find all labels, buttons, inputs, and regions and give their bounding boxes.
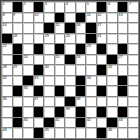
- white-cell[interactable]: [128, 44, 138, 54]
- clue-number: 9: [13, 13, 15, 17]
- black-cell: [13, 118, 23, 128]
- black-cell: [13, 55, 23, 65]
- white-cell[interactable]: 16: [76, 23, 86, 33]
- clue-number: 37: [34, 97, 38, 101]
- black-cell: [86, 34, 96, 44]
- clue-number: 8: [3, 13, 5, 17]
- clue-number: 35: [24, 86, 28, 90]
- white-cell[interactable]: 45: [44, 128, 54, 138]
- black-cell: [34, 107, 44, 117]
- clue-number: 41: [55, 118, 59, 122]
- white-cell[interactable]: [128, 55, 138, 65]
- white-cell[interactable]: [107, 23, 117, 33]
- white-cell[interactable]: [107, 13, 117, 23]
- white-cell[interactable]: 15: [55, 23, 65, 33]
- clue-number: 2: [24, 2, 26, 6]
- white-cell[interactable]: [65, 65, 75, 75]
- white-cell[interactable]: [55, 65, 65, 75]
- clue-number: 43: [118, 118, 122, 122]
- white-cell[interactable]: [23, 13, 33, 23]
- white-cell[interactable]: [128, 13, 138, 23]
- black-cell: [34, 86, 44, 96]
- clue-number: 42: [87, 118, 91, 122]
- black-cell: [13, 86, 23, 96]
- clue-number: 39: [66, 107, 70, 111]
- white-cell[interactable]: [128, 86, 138, 96]
- white-cell[interactable]: 33: [34, 76, 44, 86]
- white-cell[interactable]: 40: [23, 118, 33, 128]
- white-cell[interactable]: [44, 97, 54, 107]
- white-cell[interactable]: [2, 86, 12, 96]
- white-cell[interactable]: [65, 13, 75, 23]
- white-cell[interactable]: [23, 107, 33, 117]
- clue-number: 15: [55, 23, 59, 27]
- white-cell[interactable]: [86, 55, 96, 65]
- white-cell[interactable]: [23, 44, 33, 54]
- black-cell: [55, 44, 65, 54]
- white-cell[interactable]: [44, 44, 54, 54]
- white-cell[interactable]: [65, 86, 75, 96]
- white-cell[interactable]: [128, 76, 138, 86]
- white-cell[interactable]: 20: [65, 34, 75, 44]
- clue-number: 27: [118, 55, 122, 59]
- clue-number: 22: [3, 44, 7, 48]
- black-cell: [76, 13, 86, 23]
- white-cell[interactable]: [76, 128, 86, 138]
- white-cell[interactable]: [13, 76, 23, 86]
- white-cell[interactable]: 34: [86, 76, 96, 86]
- white-cell[interactable]: [97, 76, 107, 86]
- clue-number: 6: [108, 2, 110, 6]
- white-cell[interactable]: [107, 44, 117, 54]
- white-cell[interactable]: 29: [13, 65, 23, 75]
- black-cell: [23, 76, 33, 86]
- white-cell[interactable]: [86, 128, 96, 138]
- white-cell[interactable]: [107, 76, 117, 86]
- white-cell[interactable]: [86, 86, 96, 96]
- white-cell[interactable]: 44: [2, 128, 12, 138]
- clue-number: 25: [55, 55, 59, 59]
- white-cell[interactable]: [118, 34, 128, 44]
- white-cell[interactable]: [44, 55, 54, 65]
- black-cell: [65, 97, 75, 107]
- white-cell[interactable]: 32: [2, 76, 12, 86]
- white-cell[interactable]: [128, 97, 138, 107]
- clue-number: 33: [34, 76, 38, 80]
- black-cell: [34, 44, 44, 54]
- white-cell[interactable]: [76, 2, 86, 12]
- white-cell[interactable]: [76, 34, 86, 44]
- clue-number: 34: [87, 76, 91, 80]
- clue-number: 7: [129, 2, 131, 6]
- white-cell[interactable]: 17: [97, 23, 107, 33]
- black-cell: [86, 23, 96, 33]
- white-cell[interactable]: 25: [55, 55, 65, 65]
- clue-number: 36: [3, 97, 7, 101]
- white-cell[interactable]: [55, 34, 65, 44]
- clue-number: 38: [76, 97, 80, 101]
- black-cell: [2, 34, 12, 44]
- white-cell[interactable]: 13: [118, 13, 128, 23]
- white-cell[interactable]: 1: [2, 2, 12, 12]
- white-cell[interactable]: 28: [2, 65, 12, 75]
- white-cell[interactable]: [107, 34, 117, 44]
- black-cell: [55, 86, 65, 96]
- white-cell[interactable]: [118, 97, 128, 107]
- clue-number: 20: [66, 34, 70, 38]
- white-cell[interactable]: [13, 128, 23, 138]
- clue-number: 19: [45, 34, 49, 38]
- clue-number: 26: [76, 55, 80, 59]
- white-cell[interactable]: [107, 86, 117, 96]
- white-cell[interactable]: [86, 107, 96, 117]
- white-cell[interactable]: [65, 76, 75, 86]
- white-cell[interactable]: [107, 107, 117, 117]
- white-cell[interactable]: [34, 23, 44, 33]
- black-cell: [65, 23, 75, 33]
- clue-number: 28: [3, 65, 7, 69]
- crossword-puzzle: 1234567891011121314151617181920212223242…: [0, 0, 140, 140]
- white-cell[interactable]: [44, 107, 54, 117]
- black-cell: [13, 107, 23, 117]
- black-cell: [97, 2, 107, 12]
- black-cell: [107, 118, 117, 128]
- black-cell: [76, 118, 86, 128]
- white-cell[interactable]: [128, 23, 138, 33]
- black-cell: [118, 86, 128, 96]
- black-cell: [34, 65, 44, 75]
- white-cell[interactable]: [118, 128, 128, 138]
- white-cell[interactable]: 41: [55, 118, 65, 128]
- white-cell[interactable]: 18: [13, 34, 23, 44]
- black-cell: [97, 107, 107, 117]
- white-cell[interactable]: 4: [65, 2, 75, 12]
- white-cell[interactable]: 39: [65, 107, 75, 117]
- white-cell[interactable]: 7: [128, 2, 138, 12]
- clue-number: 4: [66, 2, 68, 6]
- black-cell: [76, 44, 86, 54]
- clue-number: 24: [24, 55, 28, 59]
- clue-number: 29: [13, 65, 17, 69]
- white-cell[interactable]: [44, 86, 54, 96]
- black-cell: [44, 23, 54, 33]
- white-cell[interactable]: 14: [2, 23, 12, 33]
- clue-number: 12: [97, 13, 101, 17]
- white-cell[interactable]: [2, 118, 12, 128]
- clue-number: 11: [87, 13, 91, 17]
- black-cell: [97, 86, 107, 96]
- clue-number: 31: [108, 65, 112, 69]
- white-cell[interactable]: [55, 128, 65, 138]
- clue-number: 16: [76, 23, 80, 27]
- black-cell: [65, 55, 75, 65]
- white-cell[interactable]: 22: [2, 44, 12, 54]
- white-cell[interactable]: [23, 23, 33, 33]
- black-cell: [76, 86, 86, 96]
- clue-number: 14: [3, 23, 7, 27]
- white-cell[interactable]: [23, 128, 33, 138]
- black-cell: [55, 107, 65, 117]
- black-cell: [118, 44, 128, 54]
- white-cell[interactable]: 42: [86, 118, 96, 128]
- white-cell[interactable]: [55, 2, 65, 12]
- crossword-board: 1234567891011121314151617181920212223242…: [0, 0, 140, 140]
- white-cell[interactable]: 31: [107, 65, 117, 75]
- white-cell[interactable]: [65, 118, 75, 128]
- white-cell[interactable]: 5: [86, 2, 96, 12]
- white-cell[interactable]: 3: [44, 2, 54, 12]
- white-cell[interactable]: 36: [2, 97, 12, 107]
- white-cell[interactable]: [44, 76, 54, 86]
- white-cell[interactable]: [97, 118, 107, 128]
- white-cell[interactable]: [65, 128, 75, 138]
- white-cell[interactable]: [23, 97, 33, 107]
- white-cell[interactable]: [34, 118, 44, 128]
- clue-number: 18: [13, 34, 17, 38]
- white-cell[interactable]: [34, 34, 44, 44]
- black-cell: [13, 44, 23, 54]
- clue-number: 3: [45, 2, 47, 6]
- white-cell[interactable]: 35: [23, 86, 33, 96]
- white-cell[interactable]: 6: [107, 2, 117, 12]
- white-cell[interactable]: [128, 107, 138, 117]
- white-cell[interactable]: 19: [44, 34, 54, 44]
- white-cell[interactable]: 24: [23, 55, 33, 65]
- white-cell[interactable]: [97, 97, 107, 107]
- black-cell: [55, 13, 65, 23]
- clue-number: 40: [24, 118, 28, 122]
- black-cell: [97, 65, 107, 75]
- white-cell[interactable]: [55, 76, 65, 86]
- black-cell: [13, 2, 23, 12]
- black-cell: [118, 2, 128, 12]
- clue-number: 13: [118, 13, 122, 17]
- white-cell[interactable]: 23: [86, 44, 96, 54]
- clue-number: 30: [45, 65, 49, 69]
- white-cell[interactable]: [2, 107, 12, 117]
- clue-number: 21: [97, 34, 101, 38]
- black-cell: [34, 128, 44, 138]
- white-cell[interactable]: 43: [118, 118, 128, 128]
- black-cell: [34, 2, 44, 12]
- white-cell[interactable]: [23, 65, 33, 75]
- black-cell: [97, 44, 107, 54]
- clue-number: 17: [97, 23, 101, 27]
- white-cell[interactable]: [118, 23, 128, 33]
- white-cell[interactable]: 11: [86, 13, 96, 23]
- white-cell[interactable]: [76, 65, 86, 75]
- white-cell[interactable]: 10: [34, 13, 44, 23]
- black-cell: [118, 76, 128, 86]
- black-cell: [76, 107, 86, 117]
- white-cell[interactable]: [55, 97, 65, 107]
- white-cell[interactable]: [65, 44, 75, 54]
- white-cell[interactable]: [34, 55, 44, 65]
- white-cell[interactable]: 26: [76, 55, 86, 65]
- white-cell[interactable]: 46: [107, 128, 117, 138]
- clue-number: 46: [108, 128, 112, 132]
- black-cell: [97, 128, 107, 138]
- white-cell[interactable]: 2: [23, 2, 33, 12]
- white-cell[interactable]: [2, 55, 12, 65]
- white-cell[interactable]: 21: [97, 34, 107, 44]
- white-cell[interactable]: 9: [13, 13, 23, 23]
- white-cell[interactable]: [13, 97, 23, 107]
- white-cell[interactable]: 38: [76, 97, 86, 107]
- white-cell[interactable]: 37: [34, 97, 44, 107]
- white-cell[interactable]: [128, 65, 138, 75]
- black-cell: [76, 76, 86, 86]
- white-cell[interactable]: [128, 34, 138, 44]
- white-cell[interactable]: [86, 65, 96, 75]
- white-cell[interactable]: 12: [97, 13, 107, 23]
- clue-number: 44: [3, 128, 7, 132]
- white-cell[interactable]: [97, 55, 107, 65]
- clue-number: 10: [34, 13, 38, 17]
- white-cell[interactable]: 30: [44, 65, 54, 75]
- white-cell[interactable]: 8: [2, 13, 12, 23]
- clue-number: 32: [3, 76, 7, 80]
- white-cell[interactable]: [86, 97, 96, 107]
- white-cell[interactable]: [118, 65, 128, 75]
- black-cell: [44, 118, 54, 128]
- white-cell[interactable]: [128, 118, 138, 128]
- black-cell: [107, 55, 117, 65]
- clue-number: 1: [3, 2, 5, 6]
- clue-number: 5: [87, 2, 89, 6]
- clue-number: 45: [45, 128, 49, 132]
- white-cell[interactable]: [44, 13, 54, 23]
- white-cell[interactable]: [107, 97, 117, 107]
- white-cell[interactable]: [128, 128, 138, 138]
- black-cell: [118, 107, 128, 117]
- white-cell[interactable]: 27: [118, 55, 128, 65]
- white-cell[interactable]: [13, 23, 23, 33]
- clue-number: 23: [87, 44, 91, 48]
- white-cell[interactable]: [23, 34, 33, 44]
